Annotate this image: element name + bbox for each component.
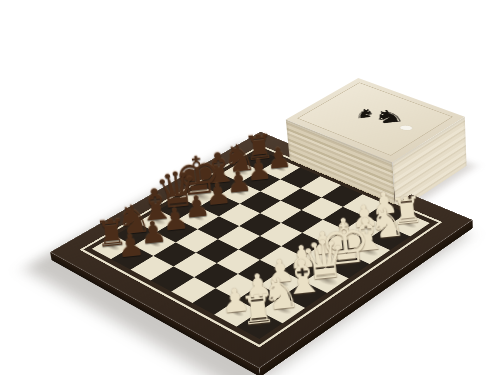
board-3d-world: ♞ ♞ ♜♞♝♛♚♝♞♜♟♟♟♟♟♟♟♟♟♟♟♟♟♟♟♟♜♞♝♛♚♝♞♜	[50, 132, 472, 369]
product-photo-scene: ♞ ♞ ♜♞♝♛♚♝♞♜♟♟♟♟♟♟♟♟♟♟♟♟♟♟♟♟♜♞♝♛♚♝♞♜	[0, 0, 500, 375]
box-sticker-dot	[399, 125, 414, 131]
knight-logo-icon: ♞	[370, 106, 406, 127]
